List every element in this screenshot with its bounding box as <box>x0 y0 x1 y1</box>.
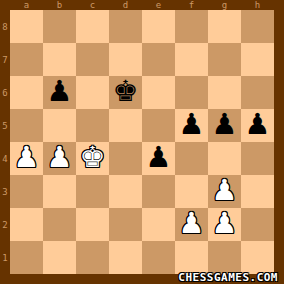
file-label-e: e <box>142 0 175 10</box>
square-f5[interactable]: ♟ <box>175 109 208 142</box>
file-label-b: b <box>43 0 76 10</box>
file-label-h: h <box>241 0 274 10</box>
square-f3[interactable] <box>175 175 208 208</box>
square-e2[interactable] <box>142 208 175 241</box>
square-b6[interactable]: ♟ <box>43 76 76 109</box>
square-a2[interactable] <box>10 208 43 241</box>
square-a3[interactable] <box>10 175 43 208</box>
square-d5[interactable] <box>109 109 142 142</box>
square-c7[interactable] <box>76 43 109 76</box>
square-c4[interactable]: ♚ <box>76 142 109 175</box>
square-a6[interactable] <box>10 76 43 109</box>
square-g6[interactable] <box>208 76 241 109</box>
square-d7[interactable] <box>109 43 142 76</box>
rank-label-1: 1 <box>0 241 10 274</box>
square-g5[interactable]: ♟ <box>208 109 241 142</box>
square-h4[interactable] <box>241 142 274 175</box>
square-g4[interactable] <box>208 142 241 175</box>
square-b2[interactable] <box>43 208 76 241</box>
square-d3[interactable] <box>109 175 142 208</box>
square-b7[interactable] <box>43 43 76 76</box>
square-g2[interactable]: ♟ <box>208 208 241 241</box>
square-e5[interactable] <box>142 109 175 142</box>
piece-white-king[interactable]: ♚ <box>80 143 106 172</box>
square-f2[interactable]: ♟ <box>175 208 208 241</box>
square-f7[interactable] <box>175 43 208 76</box>
square-a8[interactable] <box>10 10 43 43</box>
square-b3[interactable] <box>43 175 76 208</box>
board: ♟♚♟♟♟♟♟♚♟♟♟♟ <box>10 10 274 274</box>
square-h1[interactable] <box>241 241 274 274</box>
rank-label-2: 2 <box>0 208 10 241</box>
square-c8[interactable] <box>76 10 109 43</box>
rank-label-8: 8 <box>0 10 10 43</box>
square-e4[interactable]: ♟ <box>142 142 175 175</box>
square-g7[interactable] <box>208 43 241 76</box>
rank-label-5: 5 <box>0 109 10 142</box>
piece-black-pawn[interactable]: ♟ <box>179 110 205 139</box>
square-e8[interactable] <box>142 10 175 43</box>
square-h5[interactable]: ♟ <box>241 109 274 142</box>
square-c1[interactable] <box>76 241 109 274</box>
piece-white-pawn[interactable]: ♟ <box>14 143 40 172</box>
square-e1[interactable] <box>142 241 175 274</box>
square-h3[interactable] <box>241 175 274 208</box>
square-a4[interactable]: ♟ <box>10 142 43 175</box>
piece-black-pawn[interactable]: ♟ <box>47 77 73 106</box>
file-label-g: g <box>208 0 241 10</box>
square-e7[interactable] <box>142 43 175 76</box>
square-a5[interactable] <box>10 109 43 142</box>
square-d2[interactable] <box>109 208 142 241</box>
piece-white-pawn[interactable]: ♟ <box>212 176 238 205</box>
rank-label-7: 7 <box>0 43 10 76</box>
square-f1[interactable] <box>175 241 208 274</box>
square-e3[interactable] <box>142 175 175 208</box>
chess-diagram: abcdefgh 87654321 ♟♚♟♟♟♟♟♚♟♟♟♟ CHESSGAME… <box>0 0 284 284</box>
square-c3[interactable] <box>76 175 109 208</box>
square-e6[interactable] <box>142 76 175 109</box>
square-f4[interactable] <box>175 142 208 175</box>
square-b5[interactable] <box>43 109 76 142</box>
square-f8[interactable] <box>175 10 208 43</box>
rank-label-6: 6 <box>0 76 10 109</box>
square-b4[interactable]: ♟ <box>43 142 76 175</box>
square-g8[interactable] <box>208 10 241 43</box>
rank-label-3: 3 <box>0 175 10 208</box>
square-f6[interactable] <box>175 76 208 109</box>
piece-black-king[interactable]: ♚ <box>113 77 139 106</box>
file-label-d: d <box>109 0 142 10</box>
file-label-f: f <box>175 0 208 10</box>
square-d1[interactable] <box>109 241 142 274</box>
file-label-c: c <box>76 0 109 10</box>
piece-white-pawn[interactable]: ♟ <box>47 143 73 172</box>
square-d8[interactable] <box>109 10 142 43</box>
square-c2[interactable] <box>76 208 109 241</box>
square-h6[interactable] <box>241 76 274 109</box>
square-h8[interactable] <box>241 10 274 43</box>
square-g1[interactable] <box>208 241 241 274</box>
square-h7[interactable] <box>241 43 274 76</box>
square-g3[interactable]: ♟ <box>208 175 241 208</box>
piece-white-pawn[interactable]: ♟ <box>179 209 205 238</box>
square-d6[interactable]: ♚ <box>109 76 142 109</box>
square-a1[interactable] <box>10 241 43 274</box>
piece-black-pawn[interactable]: ♟ <box>212 110 238 139</box>
square-c6[interactable] <box>76 76 109 109</box>
square-c5[interactable] <box>76 109 109 142</box>
piece-black-pawn[interactable]: ♟ <box>245 110 271 139</box>
rank-label-4: 4 <box>0 142 10 175</box>
piece-black-pawn[interactable]: ♟ <box>146 143 172 172</box>
square-h2[interactable] <box>241 208 274 241</box>
piece-white-pawn[interactable]: ♟ <box>212 209 238 238</box>
brand-text: CHESSGAMES.COM <box>178 271 278 284</box>
square-d4[interactable] <box>109 142 142 175</box>
square-b1[interactable] <box>43 241 76 274</box>
file-label-a: a <box>10 0 43 10</box>
square-b8[interactable] <box>43 10 76 43</box>
square-a7[interactable] <box>10 43 43 76</box>
